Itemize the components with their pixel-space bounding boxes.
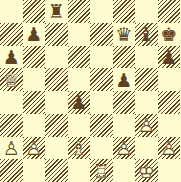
square-g7[interactable]: ♝: [135, 23, 158, 46]
square-e2[interactable]: [90, 137, 113, 160]
square-d4[interactable]: ♟: [68, 91, 91, 114]
square-c8[interactable]: ♜: [45, 0, 68, 23]
square-g5[interactable]: [135, 68, 158, 91]
square-h7[interactable]: ♚: [158, 23, 181, 46]
square-h4[interactable]: [158, 91, 181, 114]
square-e8[interactable]: [90, 0, 113, 23]
black-pawn-icon: ♟: [23, 23, 46, 46]
black-pawn-icon: ♟: [0, 46, 23, 69]
square-c3[interactable]: [45, 114, 68, 137]
white-king-icon: ♔: [135, 159, 158, 182]
square-h8[interactable]: [158, 0, 181, 23]
white-pawn-icon: ♙: [135, 114, 158, 137]
square-f2[interactable]: ♟♙: [113, 137, 136, 160]
square-e4[interactable]: [90, 91, 113, 114]
square-h1[interactable]: [158, 159, 181, 182]
square-a5[interactable]: ♛♕: [0, 68, 23, 91]
square-h5[interactable]: [158, 68, 181, 91]
black-pawn-icon: ♟: [68, 91, 91, 114]
square-b2[interactable]: ♟♙: [23, 137, 46, 160]
square-f1[interactable]: [113, 159, 136, 182]
square-c2[interactable]: [45, 137, 68, 160]
square-g6[interactable]: [135, 46, 158, 69]
square-h6[interactable]: ♟: [158, 46, 181, 69]
square-d7[interactable]: [68, 23, 91, 46]
square-a6[interactable]: ♟: [0, 46, 23, 69]
square-b7[interactable]: ♟: [23, 23, 46, 46]
square-b6[interactable]: [23, 46, 46, 69]
white-pawn-icon: ♙: [0, 137, 23, 160]
square-d3[interactable]: [68, 114, 91, 137]
square-f8[interactable]: [113, 0, 136, 23]
square-c6[interactable]: [45, 46, 68, 69]
square-b3[interactable]: [23, 114, 46, 137]
white-pawn-icon: ♙: [113, 137, 136, 160]
square-b1[interactable]: [23, 159, 46, 182]
square-c7[interactable]: [45, 23, 68, 46]
black-king-icon: ♚: [158, 23, 181, 46]
square-a3[interactable]: [0, 114, 23, 137]
square-a2[interactable]: ♟♙: [0, 137, 23, 160]
square-c5[interactable]: [45, 68, 68, 91]
square-d5[interactable]: [68, 68, 91, 91]
square-d1[interactable]: [68, 159, 91, 182]
square-h2[interactable]: ♟♙: [158, 137, 181, 160]
square-d6[interactable]: [68, 46, 91, 69]
square-g8[interactable]: [135, 0, 158, 23]
white-rook-icon: ♖: [90, 159, 113, 182]
white-queen-icon: ♕: [0, 68, 23, 91]
square-b8[interactable]: [23, 0, 46, 23]
square-d8[interactable]: [68, 0, 91, 23]
black-rook-icon: ♜: [45, 0, 68, 23]
square-e3[interactable]: [90, 114, 113, 137]
square-e6[interactable]: [90, 46, 113, 69]
white-bishop-icon: ♗: [68, 137, 91, 160]
square-a7[interactable]: [0, 23, 23, 46]
black-pawn-icon: ♟: [113, 68, 136, 91]
white-pawn-icon: ♙: [23, 137, 46, 160]
white-pawn-icon: ♙: [158, 137, 181, 160]
black-pawn-icon: ♟: [158, 46, 181, 69]
square-e7[interactable]: [90, 23, 113, 46]
square-b4[interactable]: [23, 91, 46, 114]
square-g3[interactable]: ♟♙: [135, 114, 158, 137]
square-d2[interactable]: ♝♗: [68, 137, 91, 160]
square-a4[interactable]: [0, 91, 23, 114]
square-h3[interactable]: [158, 114, 181, 137]
square-a8[interactable]: [0, 0, 23, 23]
square-g1[interactable]: ♚♔: [135, 159, 158, 182]
square-g2[interactable]: [135, 137, 158, 160]
square-f6[interactable]: [113, 46, 136, 69]
black-bishop-icon: ♝: [135, 23, 158, 46]
square-f5[interactable]: ♟: [113, 68, 136, 91]
black-queen-icon: ♛: [113, 23, 136, 46]
square-e1[interactable]: ♜♖: [90, 159, 113, 182]
chess-board: ♜♟♛♝♚♟♟♛♕♟♟♟♙♟♙♟♙♝♗♟♙♟♙♜♖♚♔: [0, 0, 180, 182]
square-b5[interactable]: [23, 68, 46, 91]
square-f7[interactable]: ♛: [113, 23, 136, 46]
square-g4[interactable]: [135, 91, 158, 114]
square-c4[interactable]: [45, 91, 68, 114]
square-e5[interactable]: [90, 68, 113, 91]
square-f3[interactable]: [113, 114, 136, 137]
square-c1[interactable]: [45, 159, 68, 182]
square-f4[interactable]: [113, 91, 136, 114]
square-a1[interactable]: [0, 159, 23, 182]
